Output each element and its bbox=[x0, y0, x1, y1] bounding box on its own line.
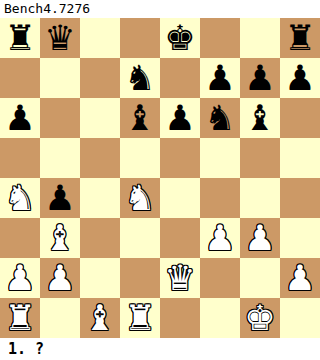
square-e6[interactable]: ♟ bbox=[160, 98, 200, 138]
square-b6[interactable] bbox=[40, 98, 80, 138]
piece-black-pawn: ♟ bbox=[44, 178, 75, 218]
piece-black-pawn: ♟ bbox=[284, 58, 315, 98]
square-b2[interactable]: ♟ bbox=[40, 258, 80, 298]
move-prompt: 1. ? bbox=[0, 338, 320, 360]
square-e5[interactable] bbox=[160, 138, 200, 178]
square-a6[interactable]: ♟ bbox=[0, 98, 40, 138]
square-f3[interactable]: ♟ bbox=[200, 218, 240, 258]
square-b8[interactable]: ♛ bbox=[40, 18, 80, 58]
square-c8[interactable] bbox=[80, 18, 120, 58]
piece-white-knight: ♞ bbox=[124, 178, 155, 218]
piece-black-knight: ♞ bbox=[204, 98, 235, 138]
square-g4[interactable] bbox=[240, 178, 280, 218]
piece-white-queen: ♛ bbox=[164, 258, 195, 298]
square-e4[interactable] bbox=[160, 178, 200, 218]
square-a8[interactable]: ♜ bbox=[0, 18, 40, 58]
square-b4[interactable]: ♟ bbox=[40, 178, 80, 218]
square-h7[interactable]: ♟ bbox=[280, 58, 320, 98]
square-h8[interactable]: ♜ bbox=[280, 18, 320, 58]
piece-white-king: ♚ bbox=[244, 298, 275, 338]
square-e2[interactable]: ♛ bbox=[160, 258, 200, 298]
square-h3[interactable] bbox=[280, 218, 320, 258]
square-f5[interactable] bbox=[200, 138, 240, 178]
square-f4[interactable] bbox=[200, 178, 240, 218]
piece-white-bishop: ♝ bbox=[44, 218, 75, 258]
piece-black-queen: ♛ bbox=[44, 18, 75, 58]
piece-white-rook: ♜ bbox=[124, 298, 155, 338]
square-e8[interactable]: ♚ bbox=[160, 18, 200, 58]
square-d8[interactable] bbox=[120, 18, 160, 58]
square-d6[interactable]: ♝ bbox=[120, 98, 160, 138]
square-d1[interactable]: ♜ bbox=[120, 298, 160, 338]
square-a3[interactable] bbox=[0, 218, 40, 258]
square-d7[interactable]: ♞ bbox=[120, 58, 160, 98]
square-g3[interactable]: ♟ bbox=[240, 218, 280, 258]
square-c1[interactable]: ♝ bbox=[80, 298, 120, 338]
square-f2[interactable] bbox=[200, 258, 240, 298]
square-a2[interactable]: ♟ bbox=[0, 258, 40, 298]
square-c4[interactable] bbox=[80, 178, 120, 218]
square-f1[interactable] bbox=[200, 298, 240, 338]
square-d5[interactable] bbox=[120, 138, 160, 178]
piece-black-bishop: ♝ bbox=[244, 98, 275, 138]
square-e1[interactable] bbox=[160, 298, 200, 338]
square-g1[interactable]: ♚ bbox=[240, 298, 280, 338]
square-a1[interactable]: ♜ bbox=[0, 298, 40, 338]
square-d2[interactable] bbox=[120, 258, 160, 298]
square-g6[interactable]: ♝ bbox=[240, 98, 280, 138]
piece-black-rook: ♜ bbox=[284, 18, 315, 58]
piece-white-pawn: ♟ bbox=[4, 258, 35, 298]
square-h2[interactable]: ♟ bbox=[280, 258, 320, 298]
position-title: Bench4.7276 bbox=[0, 0, 320, 18]
piece-black-rook: ♜ bbox=[4, 18, 35, 58]
chess-app-window: Bench4.7276 ♜♛♚♜♞♟♟♟♟♝♟♞♝♞♟♞♝♟♟♟♟♛♟♜♝♜♚ … bbox=[0, 0, 320, 360]
piece-black-pawn: ♟ bbox=[204, 58, 235, 98]
square-g5[interactable] bbox=[240, 138, 280, 178]
square-d3[interactable] bbox=[120, 218, 160, 258]
square-a4[interactable]: ♞ bbox=[0, 178, 40, 218]
square-f8[interactable] bbox=[200, 18, 240, 58]
piece-white-pawn: ♟ bbox=[204, 218, 235, 258]
square-b1[interactable] bbox=[40, 298, 80, 338]
piece-white-pawn: ♟ bbox=[244, 218, 275, 258]
piece-black-bishop: ♝ bbox=[124, 98, 155, 138]
square-c2[interactable] bbox=[80, 258, 120, 298]
square-g8[interactable] bbox=[240, 18, 280, 58]
square-h5[interactable] bbox=[280, 138, 320, 178]
piece-white-rook: ♜ bbox=[4, 298, 35, 338]
square-d4[interactable]: ♞ bbox=[120, 178, 160, 218]
piece-white-bishop: ♝ bbox=[84, 298, 115, 338]
square-f6[interactable]: ♞ bbox=[200, 98, 240, 138]
piece-black-pawn: ♟ bbox=[244, 58, 275, 98]
piece-white-pawn: ♟ bbox=[44, 258, 75, 298]
piece-white-knight: ♞ bbox=[4, 178, 35, 218]
square-g2[interactable] bbox=[240, 258, 280, 298]
square-b7[interactable] bbox=[40, 58, 80, 98]
square-a7[interactable] bbox=[0, 58, 40, 98]
square-e3[interactable] bbox=[160, 218, 200, 258]
square-e7[interactable] bbox=[160, 58, 200, 98]
square-h1[interactable] bbox=[280, 298, 320, 338]
piece-black-king: ♚ bbox=[164, 18, 195, 58]
piece-black-pawn: ♟ bbox=[164, 98, 195, 138]
piece-white-pawn: ♟ bbox=[284, 258, 315, 298]
square-a5[interactable] bbox=[0, 138, 40, 178]
piece-black-pawn: ♟ bbox=[4, 98, 35, 138]
square-g7[interactable]: ♟ bbox=[240, 58, 280, 98]
piece-black-knight: ♞ bbox=[124, 58, 155, 98]
square-h6[interactable] bbox=[280, 98, 320, 138]
square-h4[interactable] bbox=[280, 178, 320, 218]
square-b3[interactable]: ♝ bbox=[40, 218, 80, 258]
square-b5[interactable] bbox=[40, 138, 80, 178]
square-c7[interactable] bbox=[80, 58, 120, 98]
square-c5[interactable] bbox=[80, 138, 120, 178]
chess-board: ♜♛♚♜♞♟♟♟♟♝♟♞♝♞♟♞♝♟♟♟♟♛♟♜♝♜♚ bbox=[0, 18, 320, 338]
square-c6[interactable] bbox=[80, 98, 120, 138]
square-c3[interactable] bbox=[80, 218, 120, 258]
square-f7[interactable]: ♟ bbox=[200, 58, 240, 98]
